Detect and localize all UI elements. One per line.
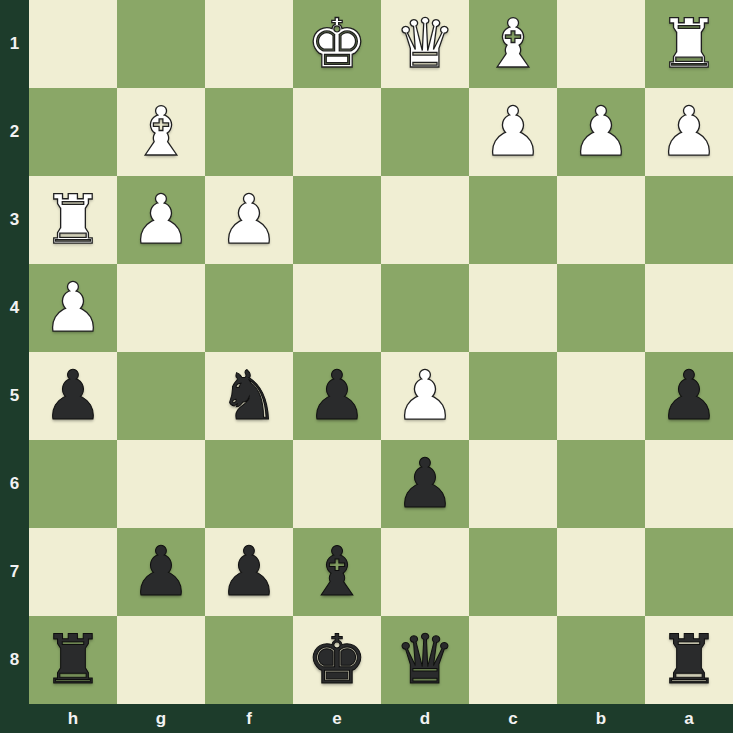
square-e6[interactable] [293,440,381,528]
rank-label-4: 4 [0,264,29,352]
square-d5[interactable]: ♟ [381,352,469,440]
square-d7[interactable] [381,528,469,616]
square-h8[interactable]: ♜ [29,616,117,704]
piece-black-pawn-f7[interactable]: ♟ [219,528,280,616]
square-d4[interactable] [381,264,469,352]
square-b4[interactable] [557,264,645,352]
piece-white-bishop-c1[interactable]: ♝ [483,0,544,88]
file-label-a: a [645,704,733,733]
file-label-e: e [293,704,381,733]
square-c1[interactable]: ♝ [469,0,557,88]
square-g1[interactable] [117,0,205,88]
file-label-d: d [381,704,469,733]
piece-white-pawn-d5[interactable]: ♟ [395,352,456,440]
square-b7[interactable] [557,528,645,616]
square-b8[interactable] [557,616,645,704]
file-label-b: b [557,704,645,733]
square-b1[interactable] [557,0,645,88]
square-e8[interactable]: ♚ [293,616,381,704]
piece-white-pawn-h4[interactable]: ♟ [43,264,104,352]
square-d1[interactable]: ♛ [381,0,469,88]
square-b6[interactable] [557,440,645,528]
piece-black-pawn-d6[interactable]: ♟ [395,440,456,528]
square-a8[interactable]: ♜ [645,616,733,704]
piece-white-rook-a1[interactable]: ♜ [659,0,720,88]
square-e3[interactable] [293,176,381,264]
square-g2[interactable]: ♝ [117,88,205,176]
square-e2[interactable] [293,88,381,176]
rank-label-6: 6 [0,440,29,528]
square-b2[interactable]: ♟ [557,88,645,176]
piece-black-bishop-e7[interactable]: ♝ [307,528,368,616]
square-h7[interactable] [29,528,117,616]
square-e1[interactable]: ♚ [293,0,381,88]
square-f1[interactable] [205,0,293,88]
square-g3[interactable]: ♟ [117,176,205,264]
square-e4[interactable] [293,264,381,352]
piece-black-pawn-h5[interactable]: ♟ [43,352,104,440]
square-d3[interactable] [381,176,469,264]
square-h3[interactable]: ♜ [29,176,117,264]
square-c6[interactable] [469,440,557,528]
square-h1[interactable] [29,0,117,88]
rank-label-7: 7 [0,528,29,616]
square-c5[interactable] [469,352,557,440]
square-d8[interactable]: ♛ [381,616,469,704]
square-d6[interactable]: ♟ [381,440,469,528]
square-d2[interactable] [381,88,469,176]
square-f4[interactable] [205,264,293,352]
rank-label-8: 8 [0,616,29,704]
rank-label-1: 1 [0,0,29,88]
rank-label-5: 5 [0,352,29,440]
piece-black-pawn-a5[interactable]: ♟ [659,352,720,440]
piece-white-bishop-g2[interactable]: ♝ [131,88,192,176]
file-label-h: h [29,704,117,733]
square-h6[interactable] [29,440,117,528]
piece-white-pawn-c2[interactable]: ♟ [483,88,544,176]
square-f8[interactable] [205,616,293,704]
square-h4[interactable]: ♟ [29,264,117,352]
square-f3[interactable]: ♟ [205,176,293,264]
square-h5[interactable]: ♟ [29,352,117,440]
square-c7[interactable] [469,528,557,616]
square-b3[interactable] [557,176,645,264]
square-g4[interactable] [117,264,205,352]
square-b5[interactable] [557,352,645,440]
rank-label-3: 3 [0,176,29,264]
square-f2[interactable] [205,88,293,176]
square-g6[interactable] [117,440,205,528]
file-label-c: c [469,704,557,733]
square-f7[interactable]: ♟ [205,528,293,616]
piece-black-knight-f5[interactable]: ♞ [219,352,280,440]
square-g5[interactable] [117,352,205,440]
square-a5[interactable]: ♟ [645,352,733,440]
square-a4[interactable] [645,264,733,352]
square-a2[interactable]: ♟ [645,88,733,176]
piece-black-rook-h8[interactable]: ♜ [43,616,104,704]
square-a6[interactable] [645,440,733,528]
square-e7[interactable]: ♝ [293,528,381,616]
piece-white-pawn-g3[interactable]: ♟ [131,176,192,264]
square-c3[interactable] [469,176,557,264]
square-a7[interactable] [645,528,733,616]
piece-white-pawn-b2[interactable]: ♟ [571,88,632,176]
square-g7[interactable]: ♟ [117,528,205,616]
piece-black-pawn-g7[interactable]: ♟ [131,528,192,616]
square-f6[interactable] [205,440,293,528]
piece-white-queen-d1[interactable]: ♛ [395,0,456,88]
piece-black-king-e8[interactable]: ♚ [307,616,368,704]
file-label-g: g [117,704,205,733]
square-a3[interactable] [645,176,733,264]
piece-black-queen-d8[interactable]: ♛ [395,616,456,704]
square-a1[interactable]: ♜ [645,0,733,88]
square-c4[interactable] [469,264,557,352]
file-label-f: f [205,704,293,733]
piece-black-pawn-e5[interactable]: ♟ [307,352,368,440]
square-g8[interactable] [117,616,205,704]
square-c8[interactable] [469,616,557,704]
piece-white-pawn-a2[interactable]: ♟ [659,88,720,176]
square-h2[interactable] [29,88,117,176]
piece-white-king-e1[interactable]: ♚ [307,0,368,88]
piece-white-rook-h3[interactable]: ♜ [43,176,104,264]
square-f5[interactable]: ♞ [205,352,293,440]
piece-white-pawn-f3[interactable]: ♟ [219,176,280,264]
rank-label-2: 2 [0,88,29,176]
piece-black-rook-a8[interactable]: ♜ [659,616,720,704]
board-corner [0,704,29,733]
chess-board: 1♚♛♝♜2♝♟♟♟3♜♟♟4♟5♟♞♟♟♟6♟7♟♟♝8♜♚♛♜hgfedcb… [0,0,733,733]
square-e5[interactable]: ♟ [293,352,381,440]
square-c2[interactable]: ♟ [469,88,557,176]
